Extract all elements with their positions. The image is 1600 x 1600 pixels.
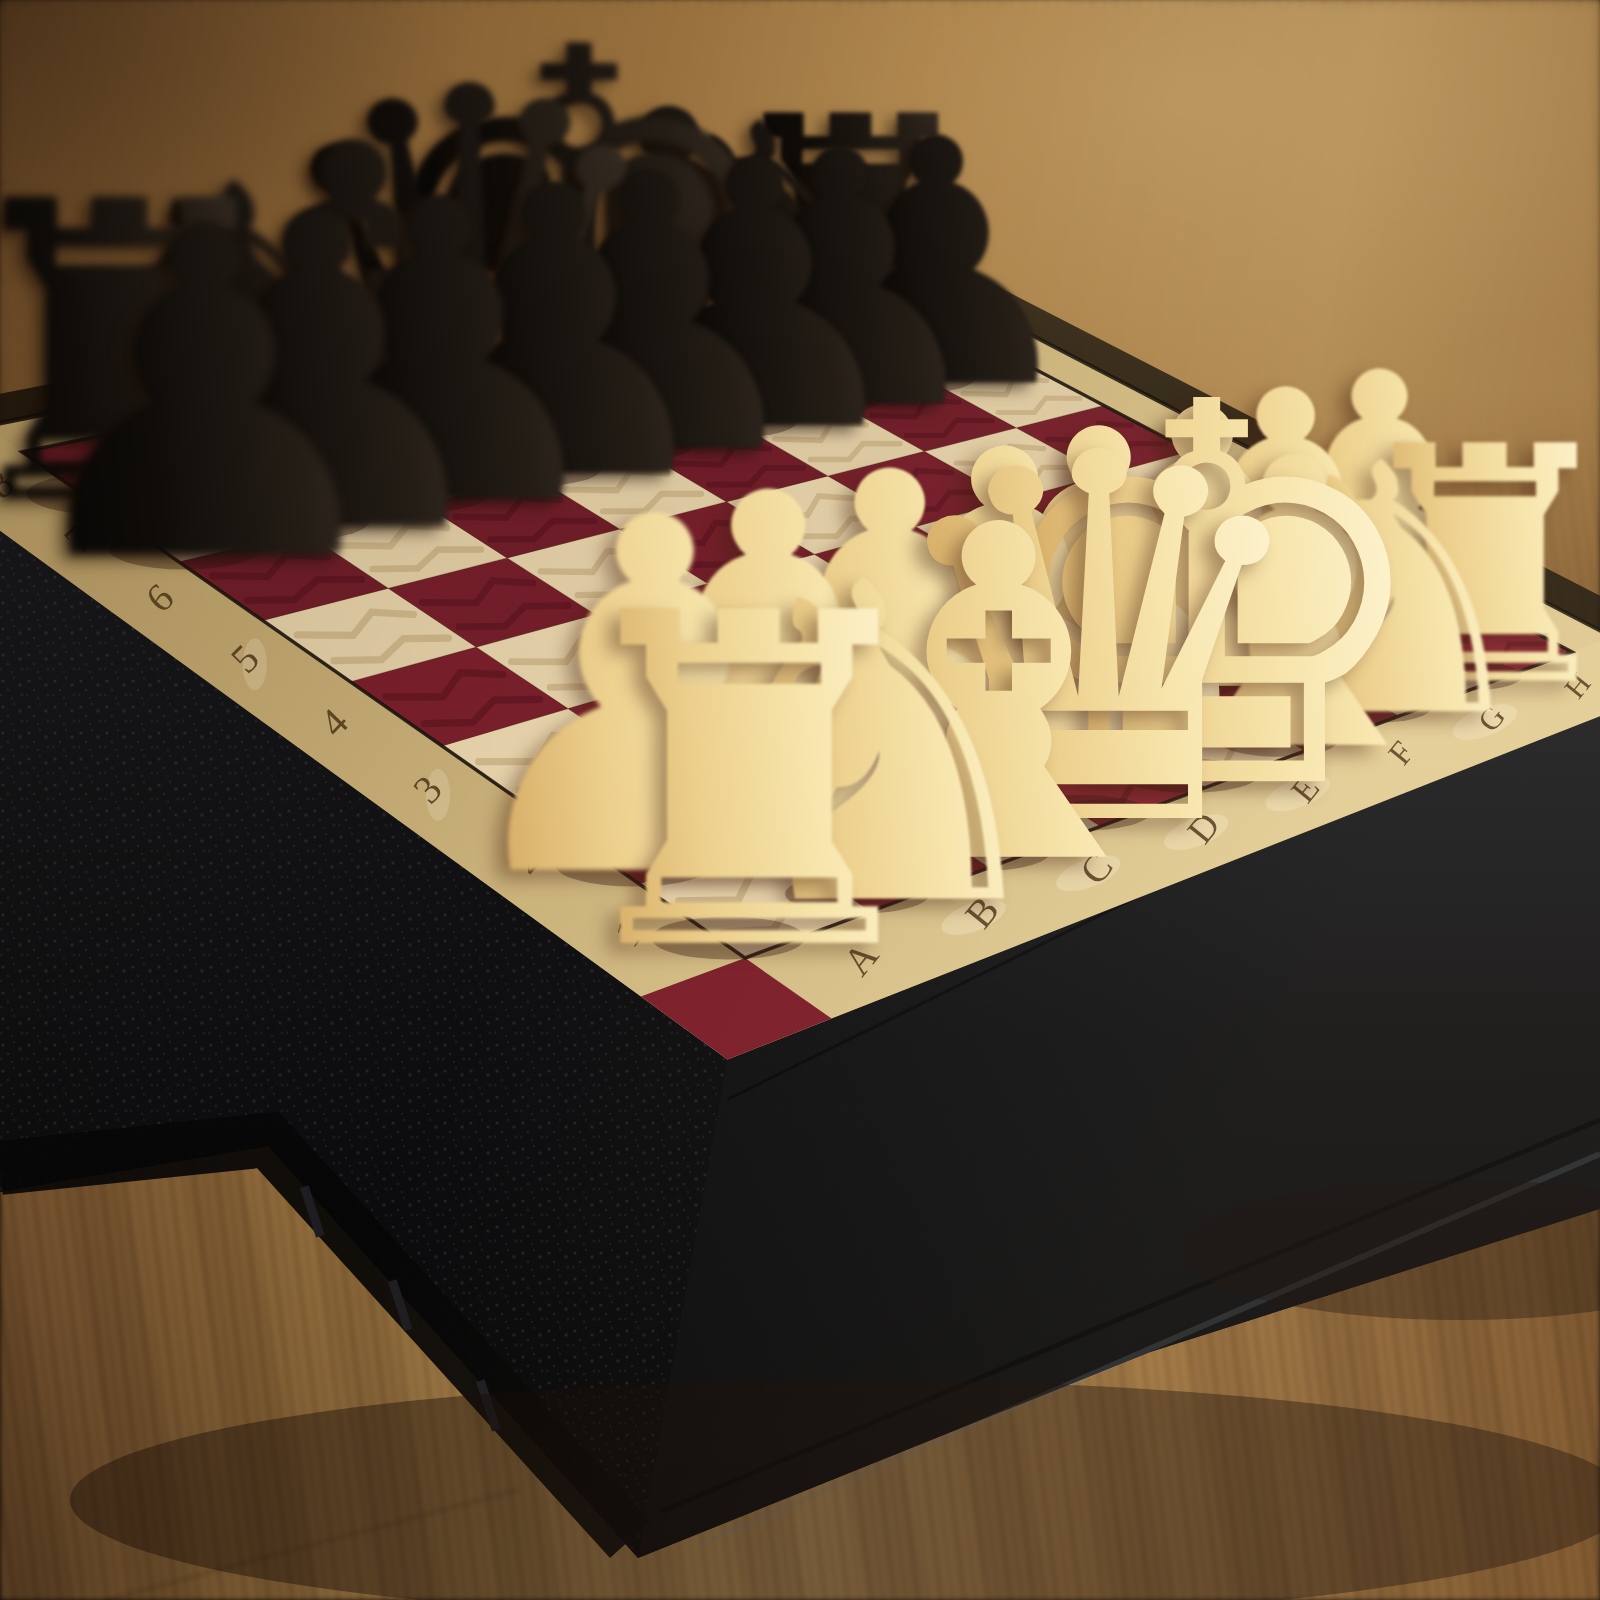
piece-black-pawn-a7: ♟ (1, 169, 409, 624)
piece-white-rook-a1: ♜ (544, 555, 955, 1013)
product-photo-chess-set: ABCDEFGH12345678 ♜♞♝♟♚♟♛♟♝♟♞♟♜♟♟♟♟♟♜♟♞♟♝… (0, 0, 1600, 1600)
